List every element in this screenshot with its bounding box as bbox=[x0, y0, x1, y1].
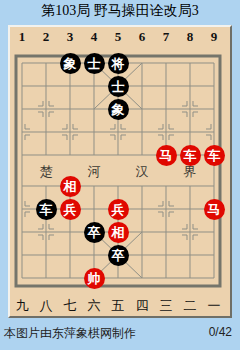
file-number-top-8: 8 bbox=[178, 29, 202, 45]
piece-red-chariot[interactable]: 车 bbox=[204, 145, 225, 166]
river-char: 楚 bbox=[36, 163, 56, 181]
piece-red-elephant[interactable]: 相 bbox=[108, 222, 129, 243]
file-number-top-6: 6 bbox=[130, 29, 154, 45]
piece-red-horse[interactable]: 马 bbox=[204, 199, 225, 220]
file-number-bottom-9: 一 bbox=[202, 297, 226, 315]
piece-black-general[interactable]: 将 bbox=[108, 53, 129, 74]
file-number-top-3: 3 bbox=[58, 29, 82, 45]
xiangqi-diagram: 第103局 野马操田诠改局3 123456789 楚河汉界 象士将士象马车车相车… bbox=[0, 0, 240, 350]
piece-black-soldier[interactable]: 卒 bbox=[108, 245, 129, 266]
piece-black-elephant[interactable]: 象 bbox=[60, 53, 81, 74]
file-number-bottom-2: 八 bbox=[34, 297, 58, 315]
piece-black-advisor[interactable]: 士 bbox=[84, 53, 105, 74]
piece-black-elephant[interactable]: 象 bbox=[108, 99, 129, 120]
piece-red-elephant[interactable]: 相 bbox=[60, 176, 81, 197]
file-number-top-1: 1 bbox=[10, 29, 34, 45]
credit-text: 本图片由东萍象棋网制作 bbox=[4, 325, 136, 342]
river-char: 汉 bbox=[132, 163, 152, 181]
piece-red-horse[interactable]: 马 bbox=[156, 145, 177, 166]
file-number-bottom-8: 二 bbox=[178, 297, 202, 315]
river-char: 界 bbox=[180, 163, 200, 181]
piece-red-general[interactable]: 帅 bbox=[84, 268, 105, 289]
file-number-top-5: 5 bbox=[106, 29, 130, 45]
piece-black-chariot[interactable]: 车 bbox=[36, 199, 57, 220]
file-number-bottom-3: 七 bbox=[58, 297, 82, 315]
piece-red-soldier[interactable]: 兵 bbox=[108, 199, 129, 220]
file-number-top-2: 2 bbox=[34, 29, 58, 45]
river-char: 河 bbox=[84, 163, 104, 181]
file-number-top-7: 7 bbox=[154, 29, 178, 45]
piece-black-soldier[interactable]: 卒 bbox=[84, 222, 105, 243]
piece-red-chariot[interactable]: 车 bbox=[180, 145, 201, 166]
file-number-top-4: 4 bbox=[82, 29, 106, 45]
file-number-top-9: 9 bbox=[202, 29, 226, 45]
file-number-bottom-6: 四 bbox=[130, 297, 154, 315]
piece-black-advisor[interactable]: 士 bbox=[108, 76, 129, 97]
piece-red-soldier[interactable]: 兵 bbox=[60, 199, 81, 220]
file-number-bottom-7: 三 bbox=[154, 297, 178, 315]
file-number-bottom-1: 九 bbox=[10, 297, 34, 315]
file-number-bottom-4: 六 bbox=[82, 297, 106, 315]
move-counter: 0/42 bbox=[209, 325, 232, 339]
file-number-bottom-5: 五 bbox=[106, 297, 130, 315]
